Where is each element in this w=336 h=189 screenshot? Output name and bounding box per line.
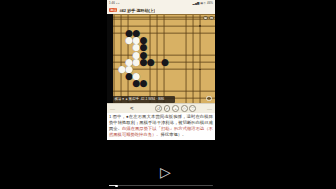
title-bar: 连载 #42 妙手·连环劫(上) bbox=[107, 6, 215, 14]
signal-wifi-battery-icons: ▂▄▆ ▦ ▯ bbox=[193, 1, 206, 5]
toolbar-icon-4[interactable]: ♡ bbox=[189, 105, 196, 112]
black-stone: ● bbox=[132, 80, 139, 87]
toolbar-icon-3[interactable]: ☆ bbox=[181, 105, 188, 112]
toolbar-icon-1[interactable]: ✓ bbox=[164, 105, 171, 112]
black-stone: ● bbox=[139, 80, 146, 87]
series-badge: 连载 bbox=[109, 8, 117, 13]
commentary-segment: 择优审视）。 bbox=[161, 132, 187, 137]
status-time: 1:46 bbox=[109, 1, 115, 5]
white-stone: ● bbox=[125, 37, 132, 44]
white-stone: ● bbox=[132, 59, 139, 66]
kifu-source-dropdown[interactable]: 棋谱 ▾ bbox=[115, 97, 124, 101]
go-board[interactable]: − + ●●●●●●●●●●●●●●●●●●●● bbox=[113, 14, 215, 103]
commentary-text: 1 图中，●在左右黑大本营间连扳腾挪，适时在白棋阵势中转换取利；黑棋手法干净利落… bbox=[107, 113, 215, 141]
board-area: − + ●●●●●●●●●●●●●●●●●●●● bbox=[107, 14, 215, 103]
black-stone: ● bbox=[125, 73, 132, 80]
progress-knob[interactable] bbox=[115, 185, 118, 188]
divider-right: — bbox=[207, 108, 212, 110]
zoom-in-icon[interactable]: + bbox=[209, 16, 214, 21]
black-stone: ● bbox=[146, 59, 153, 66]
play-icon[interactable]: ▷ bbox=[160, 164, 171, 180]
notification-icons: ▪ ▪ bbox=[116, 1, 119, 5]
divider-left: — bbox=[110, 108, 115, 110]
video-frame: 1:46 ▪ ▪ ▂▄▆ ▦ ▯ 46% 连载 #42 妙手·连环劫(上) − … bbox=[0, 0, 336, 189]
phone-screen: 1:46 ▪ ▪ ▂▄▆ ▦ ▯ 46% 连载 #42 妙手·连环劫(上) − … bbox=[107, 0, 215, 189]
toolbar-icon-2[interactable]: + bbox=[172, 105, 179, 112]
black-stone: ● bbox=[139, 59, 146, 66]
black-stone: ● bbox=[161, 59, 168, 66]
white-stone: ● bbox=[118, 66, 125, 73]
page-title: #42 妙手·连环劫(上) bbox=[119, 8, 155, 13]
share-icon[interactable]: < bbox=[130, 105, 134, 111]
battery-percent: 46% bbox=[207, 1, 213, 5]
action-toolbar: — < — ↺✓+☆♡ bbox=[107, 103, 215, 113]
score-estimate: 42.1 W84 · B86 bbox=[141, 97, 165, 101]
toolbar-icon-0[interactable]: ↺ bbox=[155, 105, 162, 112]
move-number: ● 第42手 bbox=[126, 97, 140, 101]
move-info-bar[interactable]: 棋谱 ▾ ● 第42手 42.1 W84 · B86 bbox=[113, 96, 175, 103]
board-rotate-button[interactable] bbox=[206, 96, 212, 102]
